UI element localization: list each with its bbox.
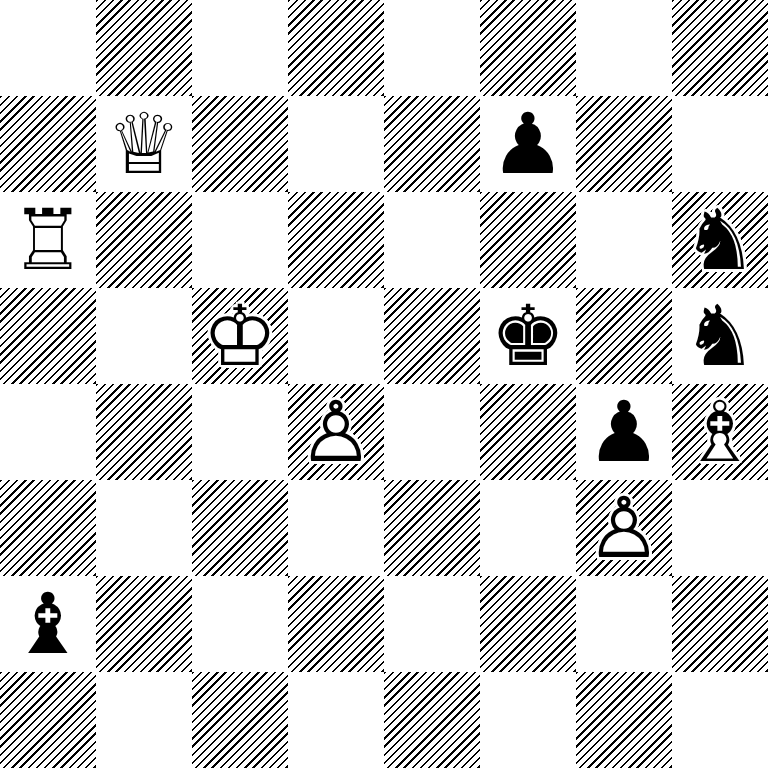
square-b6[interactable] xyxy=(96,192,192,288)
square-h4[interactable]: ♝♗ xyxy=(672,384,768,480)
square-b8[interactable] xyxy=(96,0,192,96)
chess-board: ♛♕♟♜♖♞♚♔♚♞♟♙♟♝♗♟♙♝ xyxy=(0,0,768,768)
square-g4[interactable]: ♟ xyxy=(576,384,672,480)
square-g3[interactable]: ♟♙ xyxy=(576,480,672,576)
square-e8[interactable] xyxy=(384,0,480,96)
square-a5[interactable] xyxy=(0,288,96,384)
square-g5[interactable] xyxy=(576,288,672,384)
black-king-f5[interactable]: ♚ xyxy=(480,288,576,384)
square-b7[interactable]: ♛♕ xyxy=(96,96,192,192)
square-g1[interactable] xyxy=(576,672,672,768)
piece-solid-glyph: ♟ xyxy=(480,96,576,192)
square-e4[interactable] xyxy=(384,384,480,480)
square-d5[interactable] xyxy=(288,288,384,384)
square-a4[interactable] xyxy=(0,384,96,480)
square-b2[interactable] xyxy=(96,576,192,672)
square-c1[interactable] xyxy=(192,672,288,768)
square-g6[interactable] xyxy=(576,192,672,288)
white-king-c5[interactable]: ♚♔ xyxy=(192,288,288,384)
square-a1[interactable] xyxy=(0,672,96,768)
black-pawn-g4[interactable]: ♟ xyxy=(576,384,672,480)
square-f3[interactable] xyxy=(480,480,576,576)
square-e1[interactable] xyxy=(384,672,480,768)
piece-solid-glyph: ♚ xyxy=(480,288,576,384)
square-a6[interactable]: ♜♖ xyxy=(0,192,96,288)
square-b5[interactable] xyxy=(96,288,192,384)
white-pawn-g3[interactable]: ♟♙ xyxy=(576,480,672,576)
piece-solid-glyph: ♞ xyxy=(672,288,768,384)
square-e7[interactable] xyxy=(384,96,480,192)
piece-solid-glyph: ♝ xyxy=(0,576,96,672)
white-pawn-d4[interactable]: ♟♙ xyxy=(288,384,384,480)
piece-outline-glyph: ♙ xyxy=(288,384,384,480)
square-b1[interactable] xyxy=(96,672,192,768)
black-knight-h5[interactable]: ♞ xyxy=(672,288,768,384)
square-e6[interactable] xyxy=(384,192,480,288)
square-a2[interactable]: ♝ xyxy=(0,576,96,672)
square-d1[interactable] xyxy=(288,672,384,768)
square-e5[interactable] xyxy=(384,288,480,384)
square-a8[interactable] xyxy=(0,0,96,96)
white-bishop-h4[interactable]: ♝♗ xyxy=(672,384,768,480)
square-h7[interactable] xyxy=(672,96,768,192)
square-h3[interactable] xyxy=(672,480,768,576)
square-g2[interactable] xyxy=(576,576,672,672)
square-h6[interactable]: ♞ xyxy=(672,192,768,288)
square-b3[interactable] xyxy=(96,480,192,576)
piece-outline-glyph: ♔ xyxy=(192,288,288,384)
white-rook-a6[interactable]: ♜♖ xyxy=(0,192,96,288)
square-a7[interactable] xyxy=(0,96,96,192)
square-c4[interactable] xyxy=(192,384,288,480)
square-f5[interactable]: ♚ xyxy=(480,288,576,384)
square-f1[interactable] xyxy=(480,672,576,768)
square-c8[interactable] xyxy=(192,0,288,96)
square-d8[interactable] xyxy=(288,0,384,96)
white-queen-b7[interactable]: ♛♕ xyxy=(96,96,192,192)
square-f8[interactable] xyxy=(480,0,576,96)
piece-outline-glyph: ♙ xyxy=(576,480,672,576)
square-d6[interactable] xyxy=(288,192,384,288)
square-d2[interactable] xyxy=(288,576,384,672)
piece-solid-glyph: ♞ xyxy=(672,192,768,288)
square-f2[interactable] xyxy=(480,576,576,672)
piece-solid-glyph: ♟ xyxy=(576,384,672,480)
square-f7[interactable]: ♟ xyxy=(480,96,576,192)
square-c3[interactable] xyxy=(192,480,288,576)
square-f6[interactable] xyxy=(480,192,576,288)
piece-outline-glyph: ♕ xyxy=(96,96,192,192)
square-c6[interactable] xyxy=(192,192,288,288)
square-d7[interactable] xyxy=(288,96,384,192)
square-g8[interactable] xyxy=(576,0,672,96)
square-h8[interactable] xyxy=(672,0,768,96)
square-c5[interactable]: ♚♔ xyxy=(192,288,288,384)
black-pawn-f7[interactable]: ♟ xyxy=(480,96,576,192)
square-f4[interactable] xyxy=(480,384,576,480)
piece-outline-glyph: ♗ xyxy=(672,384,768,480)
piece-outline-glyph: ♖ xyxy=(0,192,96,288)
black-knight-h6[interactable]: ♞ xyxy=(672,192,768,288)
square-d4[interactable]: ♟♙ xyxy=(288,384,384,480)
square-g7[interactable] xyxy=(576,96,672,192)
square-a3[interactable] xyxy=(0,480,96,576)
square-b4[interactable] xyxy=(96,384,192,480)
black-bishop-a2[interactable]: ♝ xyxy=(0,576,96,672)
square-e2[interactable] xyxy=(384,576,480,672)
square-e3[interactable] xyxy=(384,480,480,576)
square-h1[interactable] xyxy=(672,672,768,768)
square-h5[interactable]: ♞ xyxy=(672,288,768,384)
square-c7[interactable] xyxy=(192,96,288,192)
square-h2[interactable] xyxy=(672,576,768,672)
square-d3[interactable] xyxy=(288,480,384,576)
square-c2[interactable] xyxy=(192,576,288,672)
